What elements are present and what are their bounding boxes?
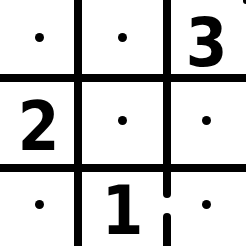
cell-r0c1 bbox=[78, 0, 167, 78]
grid-hline-top bbox=[0, 74, 246, 82]
sudoku-icon: 3 2 1 bbox=[0, 0, 246, 246]
empty-cell-dot bbox=[202, 116, 211, 125]
given-digit: 2 bbox=[18, 93, 60, 161]
cell-r2c2 bbox=[167, 167, 246, 246]
cell-r2c0 bbox=[0, 167, 78, 246]
cell-r0c2: 3 bbox=[167, 0, 246, 78]
cell-r2c1: 1 bbox=[78, 167, 167, 246]
given-digit: 3 bbox=[186, 9, 228, 77]
grid-hline-bottom bbox=[0, 164, 246, 172]
empty-cell-dot bbox=[118, 33, 127, 42]
cell-r1c2 bbox=[167, 78, 246, 167]
grid-vline-right-lower-segment bbox=[163, 213, 171, 246]
cell-r1c0: 2 bbox=[0, 78, 78, 167]
cell-r0c0 bbox=[0, 0, 78, 78]
sudoku-board: 3 2 1 bbox=[0, 0, 246, 246]
empty-cell-dot bbox=[202, 200, 211, 209]
corner-artifact bbox=[243, 0, 246, 4]
cell-r1c1 bbox=[78, 78, 167, 167]
grid-vline-left bbox=[74, 0, 82, 246]
empty-cell-dot bbox=[35, 200, 44, 209]
given-digit: 1 bbox=[102, 177, 144, 245]
empty-cell-dot bbox=[118, 116, 127, 125]
empty-cell-dot bbox=[35, 33, 44, 42]
